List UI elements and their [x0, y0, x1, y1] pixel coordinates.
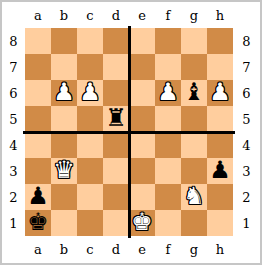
square-d3[interactable]: [103, 158, 129, 184]
corner-top-right: [233, 2, 260, 28]
square-f6[interactable]: ♟: [155, 80, 181, 106]
piece-black-king-a1[interactable]: ♚: [27, 210, 49, 234]
square-h7[interactable]: [207, 54, 233, 80]
square-e4[interactable]: [129, 132, 155, 158]
rank-label-left-5: 5: [2, 106, 25, 132]
file-label-bottom-d: d: [103, 236, 129, 263]
square-b4[interactable]: [51, 132, 77, 158]
piece-white-queen-b3[interactable]: ♛: [53, 158, 75, 182]
square-h4[interactable]: [207, 132, 233, 158]
file-label-bottom-b: b: [51, 236, 77, 263]
chess-diagram: abcdefgh88776♟♟♟♝♟65♜5443♛♟32♟♞21♚♚1abcd…: [0, 0, 262, 265]
square-b5[interactable]: [51, 106, 77, 132]
square-g8[interactable]: [181, 28, 207, 54]
file-label-bottom-a: a: [25, 236, 51, 263]
rank-label-left-7: 7: [2, 54, 25, 80]
rank-label-right-7: 7: [233, 54, 260, 80]
square-c4[interactable]: [77, 132, 103, 158]
square-g3[interactable]: [181, 158, 207, 184]
square-d2[interactable]: [103, 184, 129, 210]
square-b1[interactable]: [51, 210, 77, 236]
piece-white-pawn-h6[interactable]: ♟: [209, 80, 231, 104]
square-e1[interactable]: ♚: [129, 210, 155, 236]
corner-bottom-left: [2, 236, 25, 263]
rank-label-right-6: 6: [233, 80, 260, 106]
rank-label-left-4: 4: [2, 132, 25, 158]
square-g7[interactable]: [181, 54, 207, 80]
square-a4[interactable]: [25, 132, 51, 158]
square-f4[interactable]: [155, 132, 181, 158]
rank-label-right-8: 8: [233, 28, 260, 54]
square-a1[interactable]: ♚: [25, 210, 51, 236]
square-g4[interactable]: [181, 132, 207, 158]
square-f7[interactable]: [155, 54, 181, 80]
square-c2[interactable]: [77, 184, 103, 210]
square-h6[interactable]: ♟: [207, 80, 233, 106]
rank-label-right-1: 1: [233, 210, 260, 236]
square-h5[interactable]: [207, 106, 233, 132]
square-h3[interactable]: ♟: [207, 158, 233, 184]
rank-label-left-8: 8: [2, 28, 25, 54]
square-g5[interactable]: [181, 106, 207, 132]
file-label-top-g: g: [181, 2, 207, 28]
square-d4[interactable]: [103, 132, 129, 158]
square-c7[interactable]: [77, 54, 103, 80]
piece-black-bishop-g6[interactable]: ♝: [183, 80, 205, 104]
square-f5[interactable]: [155, 106, 181, 132]
file-label-top-f: f: [155, 2, 181, 28]
square-e2[interactable]: [129, 184, 155, 210]
square-g1[interactable]: [181, 210, 207, 236]
square-b8[interactable]: [51, 28, 77, 54]
piece-white-pawn-c6[interactable]: ♟: [79, 80, 101, 104]
square-d8[interactable]: [103, 28, 129, 54]
file-label-bottom-h: h: [207, 236, 233, 263]
square-b2[interactable]: [51, 184, 77, 210]
square-c5[interactable]: [77, 106, 103, 132]
quadrant-divider-horizontal: [23, 131, 235, 134]
file-label-bottom-c: c: [77, 236, 103, 263]
rank-label-left-2: 2: [2, 184, 25, 210]
square-b3[interactable]: ♛: [51, 158, 77, 184]
square-e7[interactable]: [129, 54, 155, 80]
piece-white-pawn-f6[interactable]: ♟: [157, 80, 179, 104]
square-f8[interactable]: [155, 28, 181, 54]
square-c8[interactable]: [77, 28, 103, 54]
square-e8[interactable]: [129, 28, 155, 54]
corner-bottom-right: [233, 236, 260, 263]
square-a3[interactable]: [25, 158, 51, 184]
square-e5[interactable]: [129, 106, 155, 132]
square-h1[interactable]: [207, 210, 233, 236]
piece-black-rook-d5[interactable]: ♜: [105, 106, 127, 130]
square-f3[interactable]: [155, 158, 181, 184]
file-label-top-d: d: [103, 2, 129, 28]
rank-label-left-3: 3: [2, 158, 25, 184]
rank-label-right-2: 2: [233, 184, 260, 210]
square-f1[interactable]: [155, 210, 181, 236]
piece-white-pawn-b6[interactable]: ♟: [53, 80, 75, 104]
file-label-top-c: c: [77, 2, 103, 28]
piece-black-pawn-a2[interactable]: ♟: [27, 184, 49, 208]
rank-label-left-1: 1: [2, 210, 25, 236]
square-a2[interactable]: ♟: [25, 184, 51, 210]
piece-white-knight-g2[interactable]: ♞: [183, 184, 205, 208]
square-c3[interactable]: [77, 158, 103, 184]
square-b7[interactable]: [51, 54, 77, 80]
file-label-top-a: a: [25, 2, 51, 28]
file-label-top-e: e: [129, 2, 155, 28]
square-a6[interactable]: [25, 80, 51, 106]
square-h2[interactable]: [207, 184, 233, 210]
square-g2[interactable]: ♞: [181, 184, 207, 210]
square-a7[interactable]: [25, 54, 51, 80]
square-e6[interactable]: [129, 80, 155, 106]
square-a5[interactable]: [25, 106, 51, 132]
square-h8[interactable]: [207, 28, 233, 54]
rank-label-right-4: 4: [233, 132, 260, 158]
file-label-top-b: b: [51, 2, 77, 28]
square-d6[interactable]: [103, 80, 129, 106]
file-label-bottom-g: g: [181, 236, 207, 263]
square-c1[interactable]: [77, 210, 103, 236]
file-label-bottom-f: f: [155, 236, 181, 263]
piece-black-pawn-h3[interactable]: ♟: [209, 158, 231, 182]
square-d1[interactable]: [103, 210, 129, 236]
corner-top-left: [2, 2, 25, 28]
rank-label-left-6: 6: [2, 80, 25, 106]
square-b6[interactable]: ♟: [51, 80, 77, 106]
square-d7[interactable]: [103, 54, 129, 80]
square-d5[interactable]: ♜: [103, 106, 129, 132]
square-g6[interactable]: ♝: [181, 80, 207, 106]
square-f2[interactable]: [155, 184, 181, 210]
square-a8[interactable]: [25, 28, 51, 54]
file-label-bottom-e: e: [129, 236, 155, 263]
piece-white-king-e1[interactable]: ♚: [131, 210, 153, 234]
square-e3[interactable]: [129, 158, 155, 184]
rank-label-right-3: 3: [233, 158, 260, 184]
rank-label-right-5: 5: [233, 106, 260, 132]
square-c6[interactable]: ♟: [77, 80, 103, 106]
file-label-top-h: h: [207, 2, 233, 28]
